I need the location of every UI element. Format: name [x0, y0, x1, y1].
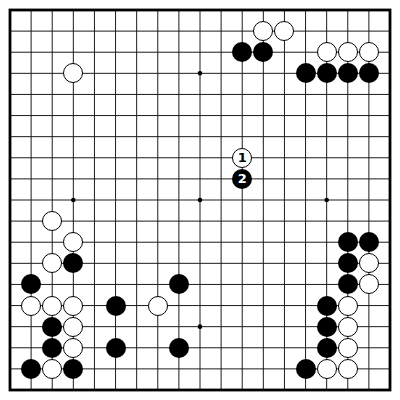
board-point[interactable]: 1	[232, 147, 253, 168]
board-point[interactable]	[0, 253, 21, 274]
board-point[interactable]	[253, 168, 274, 189]
board-point[interactable]	[42, 232, 63, 253]
board-point[interactable]	[337, 189, 358, 210]
board-point[interactable]	[189, 295, 210, 316]
board-point[interactable]	[379, 274, 400, 295]
board-point[interactable]	[105, 232, 126, 253]
board-point[interactable]	[168, 189, 189, 210]
board-point[interactable]	[63, 189, 84, 210]
board-point[interactable]	[84, 189, 105, 210]
board-point[interactable]	[21, 337, 42, 358]
board-point[interactable]	[84, 232, 105, 253]
board-point[interactable]	[211, 84, 232, 105]
board-point[interactable]	[0, 21, 21, 42]
board-point[interactable]	[21, 168, 42, 189]
board-point[interactable]	[189, 232, 210, 253]
board-point[interactable]	[379, 21, 400, 42]
board-point[interactable]	[63, 21, 84, 42]
board-point[interactable]	[42, 316, 63, 337]
board-point[interactable]	[295, 232, 316, 253]
board-point[interactable]	[147, 337, 168, 358]
board-point[interactable]	[337, 274, 358, 295]
board-point[interactable]	[42, 337, 63, 358]
board-point[interactable]	[21, 295, 42, 316]
board-point[interactable]	[232, 379, 253, 400]
board-point[interactable]	[358, 0, 379, 21]
board-point[interactable]	[105, 84, 126, 105]
board-point[interactable]	[0, 337, 21, 358]
board-point[interactable]	[147, 21, 168, 42]
board-point[interactable]	[253, 63, 274, 84]
board-point[interactable]	[147, 147, 168, 168]
board-point[interactable]	[337, 232, 358, 253]
board-point[interactable]	[189, 358, 210, 379]
board-point[interactable]	[147, 63, 168, 84]
board-point[interactable]	[105, 168, 126, 189]
board-point[interactable]	[189, 253, 210, 274]
board-point[interactable]	[358, 358, 379, 379]
board-point[interactable]	[316, 21, 337, 42]
board-point[interactable]	[274, 0, 295, 21]
board-point[interactable]	[316, 295, 337, 316]
board-point[interactable]	[147, 211, 168, 232]
board-point[interactable]	[358, 253, 379, 274]
board-point[interactable]	[316, 379, 337, 400]
board-point[interactable]	[0, 42, 21, 63]
board-point[interactable]	[63, 295, 84, 316]
board-point[interactable]	[253, 316, 274, 337]
board-point[interactable]	[168, 379, 189, 400]
board-point[interactable]	[295, 274, 316, 295]
board-point[interactable]	[232, 189, 253, 210]
board-point[interactable]	[63, 232, 84, 253]
board-point[interactable]	[358, 147, 379, 168]
board-point[interactable]	[189, 211, 210, 232]
board-point[interactable]	[379, 147, 400, 168]
board-point[interactable]	[126, 337, 147, 358]
board-point[interactable]	[379, 189, 400, 210]
board-point[interactable]	[337, 0, 358, 21]
board-point[interactable]	[295, 105, 316, 126]
board-point[interactable]	[126, 21, 147, 42]
board-point[interactable]	[189, 84, 210, 105]
board-point[interactable]	[337, 21, 358, 42]
board-point[interactable]	[84, 253, 105, 274]
board-point[interactable]	[253, 147, 274, 168]
board-point[interactable]	[168, 232, 189, 253]
board-point[interactable]	[21, 84, 42, 105]
board-point[interactable]	[316, 189, 337, 210]
board-point[interactable]	[63, 42, 84, 63]
board-point[interactable]	[105, 0, 126, 21]
board-point[interactable]	[211, 63, 232, 84]
board-point[interactable]	[211, 42, 232, 63]
board-point[interactable]	[295, 126, 316, 147]
board-point[interactable]	[253, 253, 274, 274]
board-point[interactable]	[253, 21, 274, 42]
board-point[interactable]	[253, 211, 274, 232]
board-point[interactable]	[358, 189, 379, 210]
board-point[interactable]	[105, 42, 126, 63]
board-point[interactable]	[42, 63, 63, 84]
board-point[interactable]	[379, 126, 400, 147]
board-point[interactable]	[211, 337, 232, 358]
board-point[interactable]	[126, 0, 147, 21]
board-point[interactable]	[147, 379, 168, 400]
board-point[interactable]	[42, 42, 63, 63]
board-point[interactable]	[295, 42, 316, 63]
board-point[interactable]	[42, 253, 63, 274]
board-point[interactable]	[147, 253, 168, 274]
board-point[interactable]	[253, 42, 274, 63]
board-point[interactable]	[358, 63, 379, 84]
board-point[interactable]	[84, 84, 105, 105]
board-point[interactable]	[295, 21, 316, 42]
board-point[interactable]	[42, 84, 63, 105]
board-point[interactable]	[337, 211, 358, 232]
board-point[interactable]	[84, 379, 105, 400]
board-point[interactable]	[105, 189, 126, 210]
board-point[interactable]	[316, 0, 337, 21]
board-point[interactable]	[253, 274, 274, 295]
board-point[interactable]	[316, 253, 337, 274]
board-point[interactable]	[105, 147, 126, 168]
board-point[interactable]	[274, 84, 295, 105]
board-point[interactable]	[105, 337, 126, 358]
board-point[interactable]	[84, 211, 105, 232]
board-point[interactable]	[253, 84, 274, 105]
board-point[interactable]	[42, 211, 63, 232]
board-point[interactable]	[168, 316, 189, 337]
board-point[interactable]	[63, 105, 84, 126]
board-point[interactable]	[232, 105, 253, 126]
board-point[interactable]	[21, 274, 42, 295]
board-point[interactable]	[253, 232, 274, 253]
board-point[interactable]	[232, 316, 253, 337]
board-point[interactable]	[84, 168, 105, 189]
board-point[interactable]	[105, 379, 126, 400]
board-point[interactable]	[126, 316, 147, 337]
board-point[interactable]	[337, 379, 358, 400]
board-point[interactable]	[274, 168, 295, 189]
board-point[interactable]	[168, 274, 189, 295]
board-point[interactable]	[358, 379, 379, 400]
board-point[interactable]	[316, 42, 337, 63]
board-point[interactable]	[21, 189, 42, 210]
board-point[interactable]	[189, 21, 210, 42]
board-point[interactable]	[337, 168, 358, 189]
board-point[interactable]	[253, 126, 274, 147]
board-point[interactable]	[189, 42, 210, 63]
board-point[interactable]	[126, 274, 147, 295]
board-point[interactable]	[0, 316, 21, 337]
board-point[interactable]	[42, 168, 63, 189]
board-point[interactable]	[21, 0, 42, 21]
board-point[interactable]	[211, 232, 232, 253]
board-point[interactable]	[379, 168, 400, 189]
board-point[interactable]	[379, 105, 400, 126]
board-point[interactable]	[168, 358, 189, 379]
board-point[interactable]	[105, 211, 126, 232]
board-point[interactable]	[126, 379, 147, 400]
board-point[interactable]	[147, 126, 168, 147]
board-point[interactable]	[168, 105, 189, 126]
board-point[interactable]	[42, 274, 63, 295]
board-point[interactable]	[232, 63, 253, 84]
board-point[interactable]	[316, 168, 337, 189]
board-point[interactable]	[358, 42, 379, 63]
board-point[interactable]	[21, 42, 42, 63]
board-point[interactable]	[274, 274, 295, 295]
board-point[interactable]	[316, 211, 337, 232]
board-point[interactable]	[253, 379, 274, 400]
board-point[interactable]	[63, 0, 84, 21]
board-point[interactable]	[42, 358, 63, 379]
board-point[interactable]	[168, 253, 189, 274]
board-point[interactable]	[189, 126, 210, 147]
board-point[interactable]	[0, 0, 21, 21]
board-point[interactable]	[0, 63, 21, 84]
board-point[interactable]	[295, 253, 316, 274]
board-point[interactable]	[189, 337, 210, 358]
board-point[interactable]	[84, 0, 105, 21]
board-point[interactable]	[168, 42, 189, 63]
board-point[interactable]	[274, 358, 295, 379]
board-point[interactable]	[274, 295, 295, 316]
board-point[interactable]	[232, 42, 253, 63]
board-point[interactable]	[0, 168, 21, 189]
board-point[interactable]	[189, 0, 210, 21]
board-point[interactable]	[379, 211, 400, 232]
board-point[interactable]	[337, 63, 358, 84]
board-point[interactable]	[316, 316, 337, 337]
board-point[interactable]	[84, 147, 105, 168]
board-point[interactable]	[274, 211, 295, 232]
board-point[interactable]	[211, 316, 232, 337]
board-point[interactable]	[147, 84, 168, 105]
board-point[interactable]	[0, 232, 21, 253]
board-point[interactable]	[379, 253, 400, 274]
board-point[interactable]	[0, 295, 21, 316]
board-point[interactable]	[105, 21, 126, 42]
board-point[interactable]	[295, 295, 316, 316]
board-point[interactable]	[21, 105, 42, 126]
board-point[interactable]	[274, 379, 295, 400]
board-point[interactable]	[126, 211, 147, 232]
board-point[interactable]	[0, 379, 21, 400]
board-point[interactable]	[232, 0, 253, 21]
board-point[interactable]	[126, 232, 147, 253]
board-point[interactable]	[0, 211, 21, 232]
board-point[interactable]	[105, 295, 126, 316]
board-point[interactable]	[21, 358, 42, 379]
board-point[interactable]	[21, 21, 42, 42]
board-point[interactable]	[168, 126, 189, 147]
board-point[interactable]	[232, 253, 253, 274]
board-point[interactable]	[105, 274, 126, 295]
board-point[interactable]	[295, 316, 316, 337]
board-point[interactable]	[84, 42, 105, 63]
board-point[interactable]	[232, 295, 253, 316]
board-point[interactable]	[211, 253, 232, 274]
board-point[interactable]	[147, 105, 168, 126]
board-point[interactable]	[189, 379, 210, 400]
board-point[interactable]	[358, 105, 379, 126]
board-point[interactable]	[63, 253, 84, 274]
board-point[interactable]	[358, 168, 379, 189]
board-point[interactable]	[253, 105, 274, 126]
board-point[interactable]	[295, 168, 316, 189]
board-point[interactable]	[63, 63, 84, 84]
board-point[interactable]	[189, 147, 210, 168]
board-point[interactable]	[232, 274, 253, 295]
board-point[interactable]	[42, 21, 63, 42]
board-point[interactable]	[337, 42, 358, 63]
board-point[interactable]	[63, 379, 84, 400]
board-point[interactable]	[295, 189, 316, 210]
board-point[interactable]	[379, 0, 400, 21]
board-point[interactable]	[337, 126, 358, 147]
board-point[interactable]	[232, 358, 253, 379]
board-point[interactable]	[337, 316, 358, 337]
board-point[interactable]	[189, 274, 210, 295]
board-point[interactable]	[232, 211, 253, 232]
board-point[interactable]	[274, 21, 295, 42]
board-point[interactable]	[232, 84, 253, 105]
board-point[interactable]	[126, 253, 147, 274]
board-point[interactable]	[232, 126, 253, 147]
board-point[interactable]	[21, 126, 42, 147]
board-point[interactable]	[168, 295, 189, 316]
board-point[interactable]	[42, 105, 63, 126]
board-point[interactable]	[211, 211, 232, 232]
board-point[interactable]	[105, 63, 126, 84]
board-point[interactable]	[21, 379, 42, 400]
board-point[interactable]	[21, 147, 42, 168]
board-point[interactable]	[168, 147, 189, 168]
board-point[interactable]	[316, 358, 337, 379]
board-point[interactable]	[126, 126, 147, 147]
board-point[interactable]	[379, 358, 400, 379]
board-point[interactable]	[42, 126, 63, 147]
board-point[interactable]	[211, 358, 232, 379]
board-point[interactable]	[21, 63, 42, 84]
board-point[interactable]	[211, 295, 232, 316]
board-point[interactable]	[0, 274, 21, 295]
board-point[interactable]	[42, 295, 63, 316]
board-point[interactable]	[316, 105, 337, 126]
board-point[interactable]	[105, 316, 126, 337]
board-point[interactable]	[379, 63, 400, 84]
board-point[interactable]	[42, 189, 63, 210]
board-point[interactable]	[126, 42, 147, 63]
board-point[interactable]	[84, 295, 105, 316]
board-point[interactable]	[337, 253, 358, 274]
board-point[interactable]	[358, 126, 379, 147]
board-point[interactable]	[126, 358, 147, 379]
board-point[interactable]	[63, 84, 84, 105]
board-point[interactable]	[316, 274, 337, 295]
board-point[interactable]	[63, 126, 84, 147]
board-point[interactable]	[63, 147, 84, 168]
board-point[interactable]	[274, 316, 295, 337]
board-point[interactable]	[232, 232, 253, 253]
board-point[interactable]	[126, 189, 147, 210]
board-point[interactable]	[295, 147, 316, 168]
board-point[interactable]	[84, 105, 105, 126]
board-point[interactable]	[295, 337, 316, 358]
board-point[interactable]	[358, 21, 379, 42]
board-point[interactable]	[147, 358, 168, 379]
board-point[interactable]	[21, 211, 42, 232]
board-point[interactable]	[126, 147, 147, 168]
board-point[interactable]	[358, 316, 379, 337]
board-point[interactable]	[274, 232, 295, 253]
board-point[interactable]	[295, 358, 316, 379]
board-point[interactable]	[189, 316, 210, 337]
board-point[interactable]	[0, 84, 21, 105]
board-point[interactable]	[379, 42, 400, 63]
board-point[interactable]	[126, 84, 147, 105]
board-point[interactable]: 2	[232, 168, 253, 189]
board-point[interactable]	[126, 295, 147, 316]
board-point[interactable]	[232, 337, 253, 358]
board-point[interactable]	[105, 126, 126, 147]
board-point[interactable]	[232, 21, 253, 42]
board-point[interactable]	[211, 105, 232, 126]
board-point[interactable]	[295, 379, 316, 400]
board-point[interactable]	[84, 337, 105, 358]
board-point[interactable]	[42, 147, 63, 168]
board-point[interactable]	[274, 147, 295, 168]
board-point[interactable]	[316, 337, 337, 358]
board-point[interactable]	[63, 358, 84, 379]
board-point[interactable]	[189, 189, 210, 210]
board-point[interactable]	[84, 126, 105, 147]
board-point[interactable]	[316, 232, 337, 253]
board-point[interactable]	[126, 63, 147, 84]
board-point[interactable]	[358, 274, 379, 295]
board-point[interactable]	[253, 295, 274, 316]
board-point[interactable]	[147, 168, 168, 189]
board-point[interactable]	[253, 358, 274, 379]
board-point[interactable]	[295, 211, 316, 232]
board-point[interactable]	[253, 189, 274, 210]
board-point[interactable]	[211, 189, 232, 210]
board-point[interactable]	[147, 232, 168, 253]
board-point[interactable]	[253, 0, 274, 21]
board-point[interactable]	[21, 316, 42, 337]
board-point[interactable]	[63, 211, 84, 232]
board-point[interactable]	[84, 274, 105, 295]
board-point[interactable]	[63, 274, 84, 295]
board-point[interactable]	[316, 63, 337, 84]
board-point[interactable]	[84, 21, 105, 42]
board-point[interactable]	[84, 63, 105, 84]
board-point[interactable]	[168, 211, 189, 232]
board-point[interactable]	[379, 316, 400, 337]
board-point[interactable]	[274, 63, 295, 84]
board-point[interactable]	[63, 168, 84, 189]
board-point[interactable]	[274, 253, 295, 274]
board-point[interactable]	[337, 337, 358, 358]
board-point[interactable]	[337, 358, 358, 379]
board-point[interactable]	[126, 105, 147, 126]
board-point[interactable]	[147, 0, 168, 21]
board-point[interactable]	[147, 42, 168, 63]
board-point[interactable]	[295, 84, 316, 105]
board-point[interactable]	[316, 126, 337, 147]
